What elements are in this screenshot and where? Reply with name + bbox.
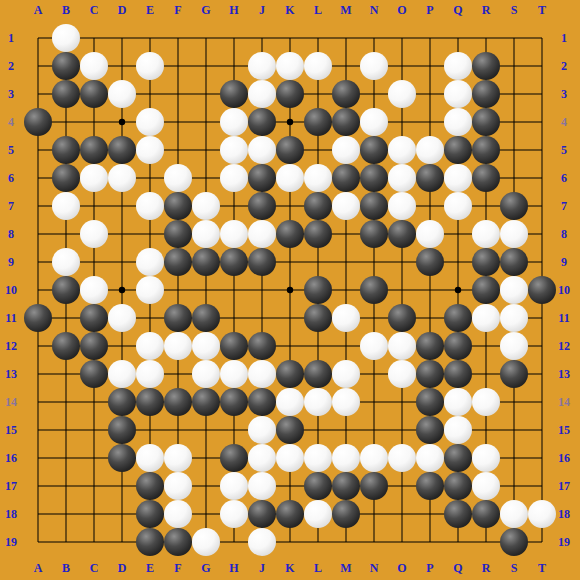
intersection-M12[interactable] [332,332,360,360]
intersection-S5[interactable] [500,136,528,164]
intersection-G9[interactable] [192,248,220,276]
intersection-A5[interactable] [24,136,52,164]
intersection-A13[interactable] [24,360,52,388]
intersection-C9[interactable] [80,248,108,276]
intersection-F14[interactable] [164,388,192,416]
intersection-B1[interactable] [52,24,80,52]
intersection-H13[interactable] [220,360,248,388]
intersection-F12[interactable] [164,332,192,360]
intersection-L17[interactable] [304,472,332,500]
intersection-P16[interactable] [416,444,444,472]
intersection-S18[interactable] [500,500,528,528]
intersection-O11[interactable] [388,304,416,332]
intersection-T2[interactable] [528,52,556,80]
intersection-T6[interactable] [528,164,556,192]
intersection-M6[interactable] [332,164,360,192]
intersection-C13[interactable] [80,360,108,388]
intersection-A18[interactable] [24,500,52,528]
intersection-J16[interactable] [248,444,276,472]
intersection-Q17[interactable] [444,472,472,500]
intersection-R12[interactable] [472,332,500,360]
intersection-D9[interactable] [108,248,136,276]
intersection-A6[interactable] [24,164,52,192]
intersection-J3[interactable] [248,80,276,108]
intersection-N11[interactable] [360,304,388,332]
intersection-R17[interactable] [472,472,500,500]
intersection-K15[interactable] [276,416,304,444]
intersection-O10[interactable] [388,276,416,304]
intersection-N17[interactable] [360,472,388,500]
intersection-R19[interactable] [472,528,500,556]
intersection-G15[interactable] [192,416,220,444]
intersection-Q14[interactable] [444,388,472,416]
intersection-G19[interactable] [192,528,220,556]
intersection-F17[interactable] [164,472,192,500]
intersection-B18[interactable] [52,500,80,528]
intersection-J18[interactable] [248,500,276,528]
intersection-R15[interactable] [472,416,500,444]
intersection-N1[interactable] [360,24,388,52]
intersection-P17[interactable] [416,472,444,500]
intersection-J5[interactable] [248,136,276,164]
intersection-A17[interactable] [24,472,52,500]
intersection-F18[interactable] [164,500,192,528]
intersection-P4[interactable] [416,108,444,136]
intersection-B6[interactable] [52,164,80,192]
intersection-G11[interactable] [192,304,220,332]
intersection-C4[interactable] [80,108,108,136]
intersection-Q16[interactable] [444,444,472,472]
intersection-R11[interactable] [472,304,500,332]
intersection-H14[interactable] [220,388,248,416]
intersection-N19[interactable] [360,528,388,556]
intersection-A4[interactable] [24,108,52,136]
intersection-L9[interactable] [304,248,332,276]
intersection-F7[interactable] [164,192,192,220]
intersection-S2[interactable] [500,52,528,80]
intersection-G5[interactable] [192,136,220,164]
intersection-H3[interactable] [220,80,248,108]
intersection-C16[interactable] [80,444,108,472]
intersection-A12[interactable] [24,332,52,360]
intersection-N4[interactable] [360,108,388,136]
intersection-R9[interactable] [472,248,500,276]
intersection-M18[interactable] [332,500,360,528]
intersection-K14[interactable] [276,388,304,416]
intersection-J7[interactable] [248,192,276,220]
intersection-N10[interactable] [360,276,388,304]
intersection-Q13[interactable] [444,360,472,388]
intersection-G17[interactable] [192,472,220,500]
intersection-T9[interactable] [528,248,556,276]
intersection-E19[interactable] [136,528,164,556]
intersection-K12[interactable] [276,332,304,360]
intersection-K19[interactable] [276,528,304,556]
intersection-S15[interactable] [500,416,528,444]
intersection-A9[interactable] [24,248,52,276]
intersection-B14[interactable] [52,388,80,416]
intersection-D14[interactable] [108,388,136,416]
intersection-R2[interactable] [472,52,500,80]
intersection-O14[interactable] [388,388,416,416]
intersection-D10[interactable] [108,276,136,304]
intersection-C18[interactable] [80,500,108,528]
intersection-A19[interactable] [24,528,52,556]
intersection-O17[interactable] [388,472,416,500]
intersection-K5[interactable] [276,136,304,164]
intersection-H8[interactable] [220,220,248,248]
intersection-N6[interactable] [360,164,388,192]
intersection-T17[interactable] [528,472,556,500]
intersection-F16[interactable] [164,444,192,472]
intersection-S14[interactable] [500,388,528,416]
intersection-T1[interactable] [528,24,556,52]
intersection-S9[interactable] [500,248,528,276]
intersection-C6[interactable] [80,164,108,192]
intersection-M15[interactable] [332,416,360,444]
intersection-C12[interactable] [80,332,108,360]
intersection-N18[interactable] [360,500,388,528]
intersection-G1[interactable] [192,24,220,52]
intersection-T5[interactable] [528,136,556,164]
intersection-L3[interactable] [304,80,332,108]
intersection-B12[interactable] [52,332,80,360]
intersection-B11[interactable] [52,304,80,332]
intersection-G2[interactable] [192,52,220,80]
intersection-G8[interactable] [192,220,220,248]
intersection-F15[interactable] [164,416,192,444]
intersection-S3[interactable] [500,80,528,108]
intersection-S8[interactable] [500,220,528,248]
intersection-D11[interactable] [108,304,136,332]
intersection-E9[interactable] [136,248,164,276]
intersection-R1[interactable] [472,24,500,52]
intersection-A7[interactable] [24,192,52,220]
intersection-O8[interactable] [388,220,416,248]
intersection-L8[interactable] [304,220,332,248]
intersection-T12[interactable] [528,332,556,360]
intersection-H12[interactable] [220,332,248,360]
intersection-L1[interactable] [304,24,332,52]
intersection-C7[interactable] [80,192,108,220]
intersection-Q19[interactable] [444,528,472,556]
intersection-D4[interactable] [108,108,136,136]
intersection-L4[interactable] [304,108,332,136]
intersection-Q3[interactable] [444,80,472,108]
intersection-Q18[interactable] [444,500,472,528]
intersection-R8[interactable] [472,220,500,248]
intersection-T10[interactable] [528,276,556,304]
intersection-H19[interactable] [220,528,248,556]
intersection-N15[interactable] [360,416,388,444]
intersection-J6[interactable] [248,164,276,192]
intersection-D6[interactable] [108,164,136,192]
intersection-P9[interactable] [416,248,444,276]
intersection-C3[interactable] [80,80,108,108]
intersection-J15[interactable] [248,416,276,444]
intersection-N9[interactable] [360,248,388,276]
intersection-J13[interactable] [248,360,276,388]
intersection-M14[interactable] [332,388,360,416]
intersection-Q15[interactable] [444,416,472,444]
intersection-H1[interactable] [220,24,248,52]
intersection-E15[interactable] [136,416,164,444]
intersection-L18[interactable] [304,500,332,528]
intersection-E18[interactable] [136,500,164,528]
intersection-P13[interactable] [416,360,444,388]
intersection-H2[interactable] [220,52,248,80]
intersection-E17[interactable] [136,472,164,500]
intersection-T8[interactable] [528,220,556,248]
intersection-T11[interactable] [528,304,556,332]
intersection-C10[interactable] [80,276,108,304]
intersection-O15[interactable] [388,416,416,444]
intersection-L14[interactable] [304,388,332,416]
intersection-E6[interactable] [136,164,164,192]
intersection-P6[interactable] [416,164,444,192]
intersection-O1[interactable] [388,24,416,52]
intersection-J2[interactable] [248,52,276,80]
intersection-P5[interactable] [416,136,444,164]
intersection-O6[interactable] [388,164,416,192]
intersection-L13[interactable] [304,360,332,388]
intersection-S10[interactable] [500,276,528,304]
intersection-C15[interactable] [80,416,108,444]
intersection-K18[interactable] [276,500,304,528]
intersection-J17[interactable] [248,472,276,500]
intersection-F4[interactable] [164,108,192,136]
intersection-P1[interactable] [416,24,444,52]
intersection-K17[interactable] [276,472,304,500]
intersection-C14[interactable] [80,388,108,416]
intersection-F19[interactable] [164,528,192,556]
intersection-P3[interactable] [416,80,444,108]
intersection-C2[interactable] [80,52,108,80]
intersection-F3[interactable] [164,80,192,108]
intersection-N16[interactable] [360,444,388,472]
intersection-A3[interactable] [24,80,52,108]
intersection-E14[interactable] [136,388,164,416]
intersection-A8[interactable] [24,220,52,248]
intersection-K13[interactable] [276,360,304,388]
intersection-A11[interactable] [24,304,52,332]
intersection-T3[interactable] [528,80,556,108]
intersection-E8[interactable] [136,220,164,248]
intersection-A2[interactable] [24,52,52,80]
intersection-Q9[interactable] [444,248,472,276]
intersection-J9[interactable] [248,248,276,276]
intersection-P12[interactable] [416,332,444,360]
intersection-F9[interactable] [164,248,192,276]
intersection-F11[interactable] [164,304,192,332]
intersection-E13[interactable] [136,360,164,388]
intersection-N8[interactable] [360,220,388,248]
intersection-J12[interactable] [248,332,276,360]
intersection-K8[interactable] [276,220,304,248]
intersection-P19[interactable] [416,528,444,556]
intersection-A1[interactable] [24,24,52,52]
intersection-M2[interactable] [332,52,360,80]
intersection-N2[interactable] [360,52,388,80]
intersection-T15[interactable] [528,416,556,444]
intersection-B15[interactable] [52,416,80,444]
intersection-N3[interactable] [360,80,388,108]
intersection-B9[interactable] [52,248,80,276]
intersection-O4[interactable] [388,108,416,136]
intersection-E7[interactable] [136,192,164,220]
intersection-G6[interactable] [192,164,220,192]
intersection-A15[interactable] [24,416,52,444]
intersection-B7[interactable] [52,192,80,220]
intersection-B19[interactable] [52,528,80,556]
intersection-L12[interactable] [304,332,332,360]
intersection-O18[interactable] [388,500,416,528]
intersection-G12[interactable] [192,332,220,360]
intersection-S11[interactable] [500,304,528,332]
intersection-M19[interactable] [332,528,360,556]
intersection-K1[interactable] [276,24,304,52]
intersection-P14[interactable] [416,388,444,416]
intersection-S16[interactable] [500,444,528,472]
intersection-M3[interactable] [332,80,360,108]
intersection-E12[interactable] [136,332,164,360]
intersection-T7[interactable] [528,192,556,220]
intersection-G3[interactable] [192,80,220,108]
intersection-F5[interactable] [164,136,192,164]
intersection-T19[interactable] [528,528,556,556]
intersection-J11[interactable] [248,304,276,332]
intersection-E3[interactable] [136,80,164,108]
intersection-C19[interactable] [80,528,108,556]
intersection-P10[interactable] [416,276,444,304]
intersection-S17[interactable] [500,472,528,500]
intersection-L5[interactable] [304,136,332,164]
intersection-D2[interactable] [108,52,136,80]
intersection-S4[interactable] [500,108,528,136]
intersection-F13[interactable] [164,360,192,388]
intersection-E16[interactable] [136,444,164,472]
intersection-J14[interactable] [248,388,276,416]
intersection-G13[interactable] [192,360,220,388]
intersection-G16[interactable] [192,444,220,472]
intersection-B10[interactable] [52,276,80,304]
intersection-H18[interactable] [220,500,248,528]
intersection-P7[interactable] [416,192,444,220]
intersection-M16[interactable] [332,444,360,472]
intersection-M5[interactable] [332,136,360,164]
intersection-D1[interactable] [108,24,136,52]
intersection-P18[interactable] [416,500,444,528]
intersection-J4[interactable] [248,108,276,136]
intersection-S12[interactable] [500,332,528,360]
intersection-B8[interactable] [52,220,80,248]
intersection-M11[interactable] [332,304,360,332]
intersection-O5[interactable] [388,136,416,164]
intersection-H4[interactable] [220,108,248,136]
intersection-A16[interactable] [24,444,52,472]
intersection-R3[interactable] [472,80,500,108]
intersection-D16[interactable] [108,444,136,472]
intersection-O19[interactable] [388,528,416,556]
intersection-J1[interactable] [248,24,276,52]
intersection-L15[interactable] [304,416,332,444]
intersection-T16[interactable] [528,444,556,472]
intersection-P11[interactable] [416,304,444,332]
intersection-Q2[interactable] [444,52,472,80]
intersection-Q1[interactable] [444,24,472,52]
intersection-D5[interactable] [108,136,136,164]
intersection-S13[interactable] [500,360,528,388]
intersection-L19[interactable] [304,528,332,556]
intersection-C8[interactable] [80,220,108,248]
intersection-C17[interactable] [80,472,108,500]
intersection-Q5[interactable] [444,136,472,164]
intersection-E2[interactable] [136,52,164,80]
intersection-O16[interactable] [388,444,416,472]
intersection-K6[interactable] [276,164,304,192]
intersection-Q7[interactable] [444,192,472,220]
intersection-L6[interactable] [304,164,332,192]
intersection-B13[interactable] [52,360,80,388]
intersection-R13[interactable] [472,360,500,388]
intersection-M17[interactable] [332,472,360,500]
intersection-L16[interactable] [304,444,332,472]
intersection-N5[interactable] [360,136,388,164]
intersection-F10[interactable] [164,276,192,304]
intersection-H9[interactable] [220,248,248,276]
intersection-Q12[interactable] [444,332,472,360]
intersection-L7[interactable] [304,192,332,220]
intersection-N12[interactable] [360,332,388,360]
intersection-H11[interactable] [220,304,248,332]
intersection-Q4[interactable] [444,108,472,136]
intersection-H5[interactable] [220,136,248,164]
intersection-G4[interactable] [192,108,220,136]
intersection-Q10[interactable] [444,276,472,304]
intersection-D17[interactable] [108,472,136,500]
intersection-O3[interactable] [388,80,416,108]
intersection-M9[interactable] [332,248,360,276]
intersection-D18[interactable] [108,500,136,528]
intersection-T4[interactable] [528,108,556,136]
intersection-N14[interactable] [360,388,388,416]
intersection-S19[interactable] [500,528,528,556]
intersection-O9[interactable] [388,248,416,276]
intersection-D19[interactable] [108,528,136,556]
intersection-T18[interactable] [528,500,556,528]
intersection-K3[interactable] [276,80,304,108]
intersection-J19[interactable] [248,528,276,556]
intersection-S1[interactable] [500,24,528,52]
intersection-E11[interactable] [136,304,164,332]
intersection-R14[interactable] [472,388,500,416]
intersection-R7[interactable] [472,192,500,220]
intersection-A10[interactable] [24,276,52,304]
intersection-O7[interactable] [388,192,416,220]
intersection-G10[interactable] [192,276,220,304]
intersection-D3[interactable] [108,80,136,108]
intersection-G14[interactable] [192,388,220,416]
intersection-N13[interactable] [360,360,388,388]
intersection-K11[interactable] [276,304,304,332]
intersection-R4[interactable] [472,108,500,136]
intersection-N7[interactable] [360,192,388,220]
intersection-P15[interactable] [416,416,444,444]
intersection-S7[interactable] [500,192,528,220]
intersection-E10[interactable] [136,276,164,304]
intersection-Q6[interactable] [444,164,472,192]
intersection-C1[interactable] [80,24,108,52]
